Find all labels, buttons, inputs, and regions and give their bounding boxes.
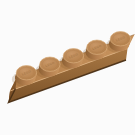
product-image: LEGO LEGO LEGO LEGO	[0, 0, 135, 135]
lego-plate-render: LEGO LEGO LEGO LEGO	[0, 0, 135, 135]
